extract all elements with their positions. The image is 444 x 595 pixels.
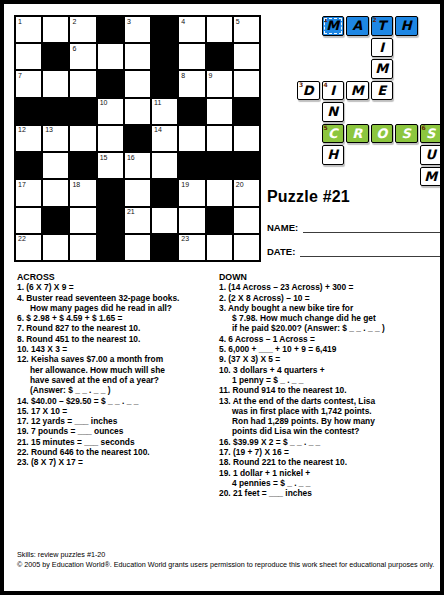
down-clue-10: 10. 3 dollars + 4 quarters + 1 penny = $… bbox=[219, 365, 444, 386]
grid-cell-r9c8[interactable] bbox=[206, 234, 233, 261]
logo-tile-t: T2 bbox=[371, 16, 394, 36]
logo-tile-number: 5 bbox=[324, 125, 328, 131]
grid-cell-r7c8[interactable] bbox=[206, 179, 233, 206]
grid-cell-r8c5[interactable]: 21 bbox=[124, 207, 151, 234]
grid-black-cell-r2c6 bbox=[151, 43, 178, 70]
grid-cell-r2c1[interactable] bbox=[15, 43, 42, 70]
grid-cell-r4c8[interactable] bbox=[206, 98, 233, 125]
grid-cell-r9c1[interactable]: 22 bbox=[15, 234, 42, 261]
grid-black-cell-r1c6 bbox=[151, 16, 178, 43]
grid-cell-r7c3[interactable]: 18 bbox=[69, 179, 96, 206]
grid-black-cell-r4c3 bbox=[69, 98, 96, 125]
math-cross-logo: M1AT2HIMD3I4MENC5ROSS6HUM bbox=[296, 15, 443, 187]
clue-number: 18 bbox=[72, 181, 80, 189]
clue-number: 13 bbox=[45, 126, 53, 134]
clue-number: 12 bbox=[18, 126, 26, 134]
grid-cell-r1c9[interactable]: 5 bbox=[233, 16, 260, 43]
down-section: DOWN 1. (14 Across – 23 Across) + 300 =2… bbox=[219, 272, 444, 499]
grid-cell-r5c7[interactable] bbox=[178, 125, 205, 152]
grid-cell-r9c2[interactable] bbox=[42, 234, 69, 261]
across-clue-21: 21. 15 minutes = ___ seconds bbox=[17, 437, 219, 447]
grid-black-cell-r1c4 bbox=[97, 16, 124, 43]
down-clue-18: 18. Round 221 to the nearest 10. bbox=[219, 457, 444, 467]
logo-letter: M bbox=[351, 83, 364, 98]
across-clue-12: 12. Keisha saves $7.00 a month from her … bbox=[17, 354, 219, 395]
grid-cell-r3c5[interactable] bbox=[124, 70, 151, 97]
logo-letter: R bbox=[352, 126, 362, 141]
grid-cell-r2c3[interactable]: 6 bbox=[69, 43, 96, 70]
down-clue-16: 16. $39.99 X 2 = $ _ _ . _ _ bbox=[219, 437, 444, 447]
logo-tile-m: M1 bbox=[322, 16, 345, 36]
clue-number: 19 bbox=[181, 181, 189, 189]
grid-cell-r6c5[interactable]: 16 bbox=[124, 152, 151, 179]
grid-cell-r5c2[interactable]: 13 bbox=[42, 125, 69, 152]
logo-letter: H bbox=[401, 18, 412, 33]
down-clue-13: 13. At the end of the darts contest, Lis… bbox=[219, 396, 444, 437]
grid-cell-r1c2[interactable] bbox=[42, 16, 69, 43]
clue-number: 17 bbox=[18, 181, 26, 189]
logo-tile-e: E bbox=[371, 81, 394, 101]
clue-number: 2 bbox=[72, 18, 76, 26]
grid-cell-r3c2[interactable] bbox=[42, 70, 69, 97]
worksheet-page: 1234567891011121314151617181920212223 M1… bbox=[0, 0, 444, 595]
clue-number: 5 bbox=[236, 18, 240, 26]
grid-cell-r5c3[interactable] bbox=[69, 125, 96, 152]
grid-cell-r8c3[interactable] bbox=[69, 207, 96, 234]
clue-number: 7 bbox=[18, 72, 22, 80]
date-input-line[interactable] bbox=[300, 255, 440, 257]
grid-cell-r9c9[interactable] bbox=[233, 234, 260, 261]
across-clue-15: 15. 17 X 10 = bbox=[17, 406, 219, 416]
grid-cell-r5c9[interactable] bbox=[233, 125, 260, 152]
down-clue-11: 11. Round 914 to the nearest 10. bbox=[219, 385, 444, 395]
logo-letter: S bbox=[402, 126, 411, 141]
logo-letter: S bbox=[426, 126, 435, 141]
logo-letter: I bbox=[330, 83, 335, 98]
grid-cell-r3c1[interactable]: 7 bbox=[15, 70, 42, 97]
logo-tile-h: H bbox=[322, 145, 345, 165]
grid-cell-r6c6[interactable] bbox=[151, 152, 178, 179]
logo-letter: U bbox=[425, 147, 436, 162]
clues-section: ACROSS 1. (6 X 7) X 9 =4. Buster read se… bbox=[17, 272, 444, 499]
grid-cell-r5c6[interactable]: 14 bbox=[151, 125, 178, 152]
grid-black-cell-r6c3 bbox=[69, 152, 96, 179]
grid-cell-r7c2[interactable] bbox=[42, 179, 69, 206]
grid-cell-r1c3[interactable]: 2 bbox=[69, 16, 96, 43]
across-clue-19: 19. 7 pounds = ___ ounces bbox=[17, 426, 219, 436]
logo-tile-m: M bbox=[420, 167, 443, 187]
logo-tile-s: S bbox=[395, 124, 418, 144]
logo-letter: H bbox=[327, 147, 338, 162]
grid-cell-r4c5[interactable] bbox=[124, 98, 151, 125]
logo-letter: T bbox=[377, 18, 386, 33]
down-heading: DOWN bbox=[219, 272, 444, 282]
puzzle-title: Puzzle #21 bbox=[267, 188, 350, 206]
grid-black-cell-r6c1 bbox=[15, 152, 42, 179]
logo-letter: E bbox=[377, 83, 386, 98]
logo-tile-h: H bbox=[395, 16, 418, 36]
logo-letter: A bbox=[352, 18, 362, 33]
logo-tile-number: 4 bbox=[324, 82, 328, 88]
logo-tile-number: 6 bbox=[422, 125, 426, 131]
across-section: ACROSS 1. (6 X 7) X 9 =4. Buster read se… bbox=[17, 272, 219, 499]
name-field-row: NAME: bbox=[267, 221, 440, 233]
grid-cell-r1c5[interactable]: 3 bbox=[124, 16, 151, 43]
skills-line: Skills: review puzzles #1-20 bbox=[17, 550, 434, 560]
clue-number: 1 bbox=[18, 18, 22, 26]
logo-tile-m: M bbox=[346, 81, 369, 101]
clue-number: 4 bbox=[181, 18, 185, 26]
clue-number: 10 bbox=[100, 99, 108, 107]
grid-cell-r3c9[interactable] bbox=[233, 70, 260, 97]
across-clue-17: 17. 12 yards = ___ inches bbox=[17, 416, 219, 426]
grid-cell-r4c4[interactable]: 10 bbox=[97, 98, 124, 125]
clue-number: 3 bbox=[127, 18, 131, 26]
grid-black-cell-r7c6 bbox=[151, 179, 178, 206]
clue-number: 8 bbox=[181, 72, 185, 80]
logo-letter: I bbox=[379, 40, 384, 55]
grid-cell-r9c5[interactable] bbox=[124, 234, 151, 261]
grid-black-cell-r4c2 bbox=[42, 98, 69, 125]
down-clue-19: 19. 1 dollar + 1 nickel + 4 pennies = $ … bbox=[219, 468, 444, 489]
logo-tile-n: N bbox=[322, 102, 345, 122]
logo-tile-o: O bbox=[371, 124, 394, 144]
grid-cell-r1c1[interactable]: 1 bbox=[15, 16, 42, 43]
grid-cell-r3c7[interactable]: 8 bbox=[178, 70, 205, 97]
grid-cell-r1c7[interactable]: 4 bbox=[178, 16, 205, 43]
grid-cell-r6c4[interactable]: 15 bbox=[97, 152, 124, 179]
logo-tile-i: I4 bbox=[322, 81, 345, 101]
clue-number: 9 bbox=[209, 72, 213, 80]
logo-tile-s: S6 bbox=[420, 124, 443, 144]
grid-cell-r2c9[interactable] bbox=[233, 43, 260, 70]
grid-cell-r9c7[interactable]: 23 bbox=[178, 234, 205, 261]
grid-cell-r2c4[interactable] bbox=[97, 43, 124, 70]
logo-letter: O bbox=[376, 126, 387, 141]
down-clue-3: 3. Andy bought a new bike tire for $ 7.9… bbox=[219, 303, 444, 334]
logo-letter: N bbox=[327, 104, 338, 119]
grid-cell-r8c7[interactable] bbox=[178, 207, 205, 234]
name-input-line[interactable] bbox=[303, 231, 440, 233]
logo-letter: C bbox=[328, 126, 338, 141]
clue-number: 14 bbox=[154, 126, 162, 134]
grid-black-cell-r8c8 bbox=[206, 207, 233, 234]
logo-letter: D bbox=[303, 83, 314, 98]
grid-cell-r6c2[interactable] bbox=[42, 152, 69, 179]
logo-letter: M bbox=[375, 61, 388, 76]
grid-cell-r7c1[interactable]: 17 bbox=[15, 179, 42, 206]
logo-tile-r: R bbox=[346, 124, 369, 144]
across-heading: ACROSS bbox=[17, 272, 219, 282]
grid-cell-r7c5[interactable] bbox=[124, 179, 151, 206]
grid-black-cell-r7c4 bbox=[97, 179, 124, 206]
grid-black-cell-r6c7 bbox=[178, 152, 205, 179]
logo-tile-number: 3 bbox=[299, 82, 303, 88]
grid-black-cell-r2c2 bbox=[42, 43, 69, 70]
grid-black-cell-r4c9 bbox=[233, 98, 260, 125]
logo-tile-number: 1 bbox=[324, 17, 328, 23]
grid-black-cell-r3c6 bbox=[151, 70, 178, 97]
date-label: DATE: bbox=[267, 246, 295, 257]
logo-tile-number: 2 bbox=[373, 17, 377, 23]
grid-cell-r3c3[interactable] bbox=[69, 70, 96, 97]
clue-number: 21 bbox=[127, 208, 135, 216]
grid-black-cell-r4c7 bbox=[178, 98, 205, 125]
footer: Skills: review puzzles #1-20 © 2005 by E… bbox=[17, 550, 434, 570]
grid-black-cell-r6c8 bbox=[206, 152, 233, 179]
grid-cell-r2c5[interactable] bbox=[124, 43, 151, 70]
across-clues: 1. (6 X 7) X 9 =4. Buster read seventeen… bbox=[17, 282, 219, 467]
grid-cell-r5c8[interactable] bbox=[206, 125, 233, 152]
down-clue-2: 2. (2 X 8 Across) – 10 = bbox=[219, 293, 444, 303]
clue-number: 20 bbox=[236, 181, 244, 189]
across-clue-6: 6. $ 2.98 + $ 4.59 + $ 1.65 = bbox=[17, 313, 219, 323]
logo-tile-i: I bbox=[371, 38, 394, 58]
across-clue-7: 7. Round 827 to the nearest 10. bbox=[17, 323, 219, 333]
down-clue-4: 4. 6 Across – 1 Across = bbox=[219, 334, 444, 344]
grid-cell-r7c7[interactable]: 19 bbox=[178, 179, 205, 206]
down-clue-9: 9. (37 X 3) X 5 = bbox=[219, 354, 444, 364]
grid-black-cell-r3c4 bbox=[97, 70, 124, 97]
logo-letter: M bbox=[326, 18, 339, 33]
clue-number: 16 bbox=[127, 154, 135, 162]
down-clue-1: 1. (14 Across – 23 Across) + 300 = bbox=[219, 282, 444, 292]
grid-cell-r8c9[interactable] bbox=[233, 207, 260, 234]
grid-cell-r5c1[interactable]: 12 bbox=[15, 125, 42, 152]
grid-cell-r4c6[interactable]: 11 bbox=[151, 98, 178, 125]
clue-number: 11 bbox=[154, 99, 161, 107]
grid-cell-r2c7[interactable] bbox=[178, 43, 205, 70]
grid-cell-r5c4[interactable] bbox=[97, 125, 124, 152]
logo-letter: M bbox=[424, 169, 437, 184]
grid-cell-r3c8[interactable]: 9 bbox=[206, 70, 233, 97]
copyright-line: © 2005 by Education World®. Education Wo… bbox=[17, 560, 434, 570]
grid-cell-r9c3[interactable] bbox=[69, 234, 96, 261]
grid-cell-r7c9[interactable]: 20 bbox=[233, 179, 260, 206]
clue-number: 15 bbox=[100, 154, 108, 162]
across-clue-14: 14. $40.00 – $29.50 = $ _ _ . _ _ bbox=[17, 396, 219, 406]
logo-tile-m: M bbox=[371, 59, 394, 79]
down-clues: 1. (14 Across – 23 Across) + 300 =2. (2 … bbox=[219, 282, 444, 498]
across-clue-8: 8. Round 451 to the nearest 10. bbox=[17, 334, 219, 344]
clue-number: 22 bbox=[18, 235, 26, 243]
across-clue-22: 22. Round 646 to the nearest 100. bbox=[17, 447, 219, 457]
across-clue-4: 4. Buster read seventeen 32-page books. … bbox=[17, 293, 219, 314]
across-clue-10: 10. 143 X 3 = bbox=[17, 344, 219, 354]
down-clue-5: 5. 6,000 + ___ + 10 + 9 = 6,419 bbox=[219, 344, 444, 354]
grid-cell-r8c1[interactable] bbox=[15, 207, 42, 234]
clue-number: 6 bbox=[72, 45, 76, 53]
grid-black-cell-r6c9 bbox=[233, 152, 260, 179]
grid-cell-r8c6[interactable] bbox=[151, 207, 178, 234]
crossword-grid: 1234567891011121314151617181920212223 bbox=[14, 15, 261, 262]
grid-black-cell-r4c1 bbox=[15, 98, 42, 125]
grid-cell-r1c8[interactable] bbox=[206, 16, 233, 43]
down-clue-17: 17. (19 + 7) X 16 = bbox=[219, 447, 444, 457]
grid-black-cell-r9c4 bbox=[97, 234, 124, 261]
logo-tile-u: U bbox=[420, 145, 443, 165]
grid-black-cell-r9c6 bbox=[151, 234, 178, 261]
grid-black-cell-r5c5 bbox=[124, 125, 151, 152]
logo-tile-c: C5 bbox=[322, 124, 345, 144]
grid-black-cell-r8c2 bbox=[42, 207, 69, 234]
across-clue-1: 1. (6 X 7) X 9 = bbox=[17, 282, 219, 292]
date-field-row: DATE: bbox=[267, 245, 440, 257]
clue-number: 23 bbox=[181, 235, 189, 243]
logo-tile-d: D3 bbox=[297, 81, 320, 101]
logo-tile-a: A bbox=[346, 16, 369, 36]
grid-black-cell-r2c8 bbox=[206, 43, 233, 70]
name-label: NAME: bbox=[267, 222, 298, 233]
grid-black-cell-r8c4 bbox=[97, 207, 124, 234]
down-clue-20: 20. 21 feet = ___ inches bbox=[219, 488, 444, 498]
across-clue-23: 23. (8 X 7) X 17 = bbox=[17, 457, 219, 467]
